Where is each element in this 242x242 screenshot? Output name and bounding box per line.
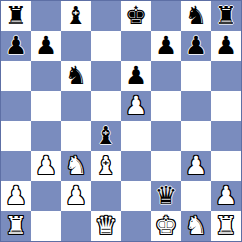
square-d6[interactable] [91,61,121,91]
black-rook-piece[interactable]: ♜ [1,1,31,31]
square-g1[interactable]: ♞ [181,211,211,241]
white-pawn-piece[interactable]: ♟ [31,151,61,181]
white-pawn-piece[interactable]: ♟ [61,181,91,211]
square-d7[interactable] [91,31,121,61]
square-e8[interactable]: ♚ [121,1,151,31]
black-knight-piece[interactable]: ♞ [181,1,211,31]
square-h4[interactable] [211,121,241,151]
square-a6[interactable] [1,61,31,91]
square-b3[interactable]: ♟ [31,151,61,181]
square-c3[interactable]: ♞ [61,151,91,181]
square-g2[interactable] [181,181,211,211]
square-b4[interactable] [31,121,61,151]
black-bishop-piece[interactable]: ♝ [61,1,91,31]
square-g7[interactable]: ♟ [181,31,211,61]
black-knight-piece[interactable]: ♞ [61,61,91,91]
square-d8[interactable] [91,1,121,31]
square-e5[interactable]: ♟ [121,91,151,121]
square-b2[interactable] [31,181,61,211]
black-bishop-piece[interactable]: ♝ [91,121,121,151]
square-h8[interactable]: ♜ [211,1,241,31]
square-h5[interactable] [211,91,241,121]
black-pawn-piece[interactable]: ♟ [151,31,181,61]
square-f1[interactable]: ♚ [151,211,181,241]
black-pawn-piece[interactable]: ♟ [181,31,211,61]
square-h3[interactable] [211,151,241,181]
square-e6[interactable]: ♟ [121,61,151,91]
white-pawn-piece[interactable]: ♟ [1,181,31,211]
square-b7[interactable]: ♟ [31,31,61,61]
square-a5[interactable] [1,91,31,121]
square-g6[interactable] [181,61,211,91]
black-pawn-piece[interactable]: ♟ [1,31,31,61]
white-rook-piece[interactable]: ♜ [1,211,31,241]
square-h6[interactable] [211,61,241,91]
square-g5[interactable] [181,91,211,121]
black-pawn-piece[interactable]: ♟ [31,31,61,61]
black-pawn-piece[interactable]: ♟ [121,61,151,91]
square-c4[interactable] [61,121,91,151]
white-king-piece[interactable]: ♚ [151,211,181,241]
square-b6[interactable] [31,61,61,91]
square-f7[interactable]: ♟ [151,31,181,61]
square-g3[interactable]: ♟ [181,151,211,181]
square-f3[interactable] [151,151,181,181]
square-b5[interactable] [31,91,61,121]
square-f8[interactable] [151,1,181,31]
square-g4[interactable] [181,121,211,151]
square-c8[interactable]: ♝ [61,1,91,31]
square-f5[interactable] [151,91,181,121]
square-e1[interactable] [121,211,151,241]
square-f4[interactable] [151,121,181,151]
square-f6[interactable] [151,61,181,91]
square-e4[interactable] [121,121,151,151]
white-rook-piece[interactable]: ♜ [211,211,241,241]
square-e7[interactable] [121,31,151,61]
square-c6[interactable]: ♞ [61,61,91,91]
chess-board: ♜♝♚♞♜♟♟♟♟♟♞♟♟♝♟♞♝♟♟♟♛♟♜♛♚♞♜ [0,0,242,242]
square-e2[interactable] [121,181,151,211]
square-b1[interactable] [31,211,61,241]
square-b8[interactable] [31,1,61,31]
square-d4[interactable]: ♝ [91,121,121,151]
square-a7[interactable]: ♟ [1,31,31,61]
square-f2[interactable]: ♛ [151,181,181,211]
square-c7[interactable] [61,31,91,61]
square-h2[interactable]: ♟ [211,181,241,211]
black-queen-piece[interactable]: ♛ [151,181,181,211]
square-d3[interactable]: ♝ [91,151,121,181]
white-knight-piece[interactable]: ♞ [181,211,211,241]
white-pawn-piece[interactable]: ♟ [181,151,211,181]
square-a4[interactable] [1,121,31,151]
black-pawn-piece[interactable]: ♟ [211,31,241,61]
white-pawn-piece[interactable]: ♟ [121,91,151,121]
white-pawn-piece[interactable]: ♟ [211,181,241,211]
square-c2[interactable]: ♟ [61,181,91,211]
square-g8[interactable]: ♞ [181,1,211,31]
square-d5[interactable] [91,91,121,121]
white-knight-piece[interactable]: ♞ [61,151,91,181]
square-a2[interactable]: ♟ [1,181,31,211]
square-h1[interactable]: ♜ [211,211,241,241]
square-a1[interactable]: ♜ [1,211,31,241]
square-e3[interactable] [121,151,151,181]
white-queen-piece[interactable]: ♛ [91,211,121,241]
square-d2[interactable] [91,181,121,211]
white-bishop-piece[interactable]: ♝ [91,151,121,181]
square-c5[interactable] [61,91,91,121]
square-a8[interactable]: ♜ [1,1,31,31]
square-d1[interactable]: ♛ [91,211,121,241]
black-rook-piece[interactable]: ♜ [211,1,241,31]
square-h7[interactable]: ♟ [211,31,241,61]
black-king-piece[interactable]: ♚ [121,1,151,31]
square-a3[interactable] [1,151,31,181]
square-c1[interactable] [61,211,91,241]
